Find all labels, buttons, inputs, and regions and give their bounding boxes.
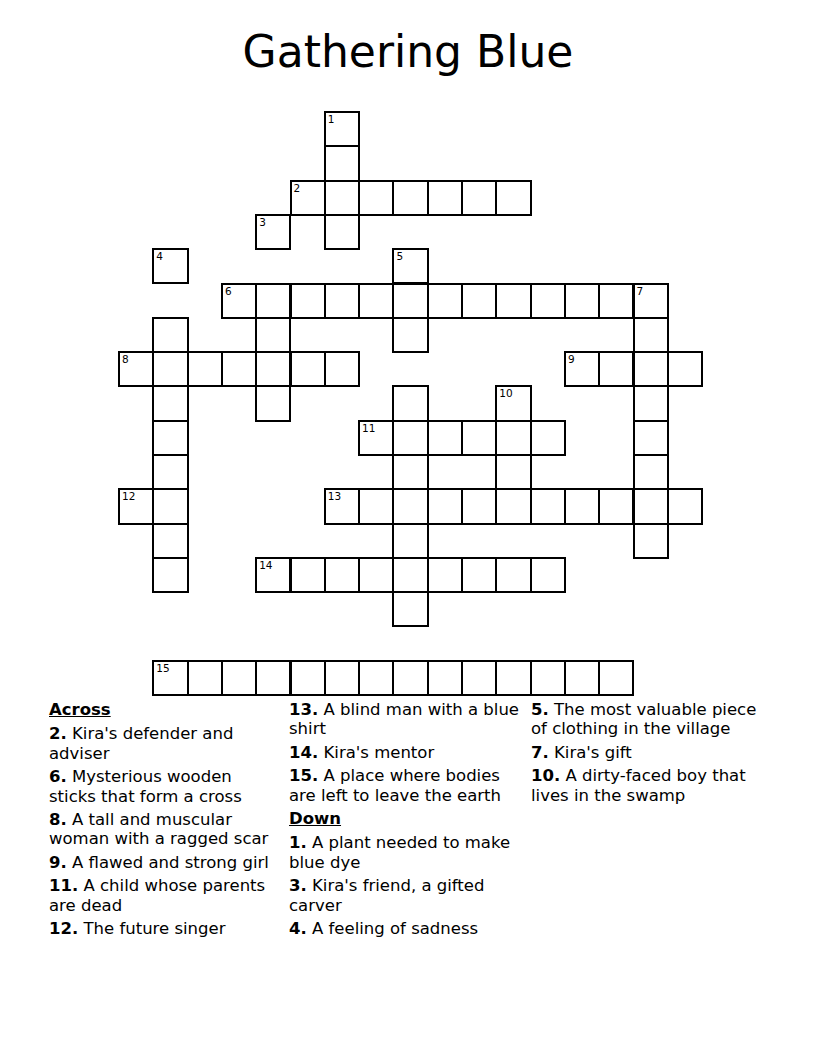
grid-cell-r2c10[interactable] [461,180,497,216]
clue-number: 4. [289,919,307,938]
grid-cell-r16c6[interactable] [324,660,360,696]
down-header: Down [289,809,522,828]
clue-across-8: 8. A tall and muscular woman with a ragg… [49,810,282,849]
grid-number-9: 9 [568,353,575,365]
grid-cell-r11c9[interactable] [427,488,463,524]
grid-cell-r16c14[interactable] [598,660,634,696]
grid-cell-r6c8[interactable] [392,317,428,353]
grid-cell-r16c4[interactable] [255,660,291,696]
grid-cell-r11c6[interactable]: 13 [324,488,360,524]
grid-cell-r7c5[interactable] [290,351,326,387]
grid-number-13: 13 [328,490,341,502]
grid-cell-r7c6[interactable] [324,351,360,387]
grid-cell-r5c7[interactable] [358,283,394,319]
grid-cell-r11c0[interactable]: 12 [118,488,154,524]
puzzle-title: Gathering Blue [0,26,816,77]
grid-number-1: 1 [328,113,335,125]
grid-cell-r2c7[interactable] [358,180,394,216]
grid-cell-r8c8[interactable] [392,385,428,421]
clue-number: 9. [49,853,67,872]
grid-cell-r9c12[interactable] [530,420,566,456]
grid-cell-r7c3[interactable] [221,351,257,387]
grid-cell-r11c7[interactable] [358,488,394,524]
grid-cell-r11c11[interactable] [495,488,531,524]
grid-cell-r11c12[interactable] [530,488,566,524]
clue-text: A place where bodies are left to leave t… [289,766,501,804]
grid-cell-r8c1[interactable] [152,385,188,421]
grid-cell-r13c6[interactable] [324,557,360,593]
grid-cell-r5c12[interactable] [530,283,566,319]
grid-cell-r0c6[interactable]: 1 [324,111,360,147]
grid-cell-r11c13[interactable] [564,488,600,524]
grid-cell-r16c7[interactable] [358,660,394,696]
grid-cell-r11c10[interactable] [461,488,497,524]
across-clues-list-continued: 13. A blind man with a blue shirt14. Kir… [289,700,522,805]
across-header: Across [49,700,282,719]
clue-column-1: Across 2. Kira's defender and adviser6. … [49,700,282,942]
grid-cell-r5c10[interactable] [461,283,497,319]
grid-number-8: 8 [122,353,129,365]
grid-cell-r5c6[interactable] [324,283,360,319]
clue-number: 15. [289,766,318,785]
crossword-grid: 123456789101112131415 [118,111,706,699]
clue-number: 2. [49,724,67,743]
grid-cell-r12c8[interactable] [392,523,428,559]
grid-cell-r5c3[interactable]: 6 [221,283,257,319]
clue-text: Kira's mentor [318,743,434,762]
grid-cell-r10c1[interactable] [152,454,188,490]
grid-cell-r13c7[interactable] [358,557,394,593]
grid-cell-r7c14[interactable] [598,351,634,387]
grid-cell-r5c13[interactable] [564,283,600,319]
clue-text: A feeling of sadness [307,919,478,938]
clue-text: Kira's defender and adviser [49,724,233,762]
clue-number: 5. [531,700,549,719]
grid-number-4: 4 [156,250,163,262]
clue-text: A dirty-faced boy that lives in the swam… [531,766,746,804]
grid-number-7: 7 [637,285,644,297]
clue-number: 14. [289,743,318,762]
grid-cell-r7c2[interactable] [187,351,223,387]
grid-number-12: 12 [122,490,135,502]
grid-cell-r9c8[interactable] [392,420,428,456]
grid-cell-r2c6[interactable] [324,180,360,216]
clue-number: 7. [531,743,549,762]
grid-cell-r6c15[interactable] [633,317,669,353]
grid-cell-r9c15[interactable] [633,420,669,456]
grid-number-11: 11 [362,422,375,434]
grid-cell-r10c11[interactable] [495,454,531,490]
grid-cell-r16c1[interactable]: 15 [152,660,188,696]
grid-cell-r8c11[interactable]: 10 [495,385,531,421]
grid-number-5: 5 [396,250,403,262]
clue-across-2: 2. Kira's defender and adviser [49,724,282,763]
grid-cell-r11c1[interactable] [152,488,188,524]
grid-cell-r9c1[interactable] [152,420,188,456]
grid-cell-r9c10[interactable] [461,420,497,456]
grid-cell-r13c5[interactable] [290,557,326,593]
clue-number: 13. [289,700,318,719]
clue-across-14: 14. Kira's mentor [289,743,522,762]
clue-across-11: 11. A child whose parents are dead [49,876,282,915]
clue-number: 8. [49,810,67,829]
clue-down-10: 10. A dirty-faced boy that lives in the … [531,766,767,805]
grid-cell-r9c9[interactable] [427,420,463,456]
grid-cell-r7c15[interactable] [633,351,669,387]
across-clues-list: 2. Kira's defender and adviser6. Mysteri… [49,724,282,938]
grid-cell-r9c7[interactable]: 11 [358,420,394,456]
clue-number: 6. [49,767,67,786]
clue-down-4: 4. A feeling of sadness [289,919,522,938]
clue-text: A blind man with a blue shirt [289,700,519,738]
grid-cell-r13c1[interactable] [152,557,188,593]
clue-text: A flawed and strong girl [67,853,269,872]
clue-text: A plant needed to make blue dye [289,833,510,871]
grid-cell-r13c11[interactable] [495,557,531,593]
clue-number: 12. [49,919,78,938]
grid-cell-r2c5[interactable]: 2 [290,180,326,216]
grid-cell-r16c12[interactable] [530,660,566,696]
grid-cell-r13c9[interactable] [427,557,463,593]
grid-cell-r3c6[interactable] [324,214,360,250]
grid-number-15: 15 [156,662,169,674]
grid-number-6: 6 [225,285,232,297]
clue-across-6: 6. Mysterious wooden sticks that form a … [49,767,282,806]
grid-number-2: 2 [294,182,301,194]
clue-down-7: 7. Kira's gift [531,743,767,762]
clue-number: 3. [289,876,307,895]
grid-cell-r7c13[interactable]: 9 [564,351,600,387]
grid-cell-r5c5[interactable] [290,283,326,319]
grid-cell-r7c1[interactable] [152,351,188,387]
grid-cell-r5c11[interactable] [495,283,531,319]
grid-cell-r4c8[interactable]: 5 [392,248,428,284]
grid-cell-r2c11[interactable] [495,180,531,216]
grid-cell-r16c9[interactable] [427,660,463,696]
grid-cell-r13c10[interactable] [461,557,497,593]
grid-cell-r8c15[interactable] [633,385,669,421]
grid-cell-r1c6[interactable] [324,145,360,181]
crossword-worksheet: Gathering Blue 123456789101112131415 Acr… [0,0,816,1056]
down-clues-list: 1. A plant needed to make blue dye3. Kir… [289,833,522,938]
clue-number: 11. [49,876,78,895]
grid-number-10: 10 [499,387,512,399]
clue-down-5: 5. The most valuable piece of clothing i… [531,700,767,739]
grid-number-3: 3 [259,216,266,228]
clue-down-1: 1. A plant needed to make blue dye [289,833,522,872]
clue-across-15: 15. A place where bodies are left to lea… [289,766,522,805]
grid-cell-r12c1[interactable] [152,523,188,559]
grid-cell-r7c4[interactable] [255,351,291,387]
clue-text: Mysterious wooden sticks that form a cro… [49,767,242,805]
grid-cell-r14c8[interactable] [392,591,428,627]
clue-across-12: 12. The future singer [49,919,282,938]
grid-cell-r5c9[interactable] [427,283,463,319]
grid-cell-r5c4[interactable] [255,283,291,319]
clue-text: A tall and muscular woman with a ragged … [49,810,268,848]
grid-cell-r10c8[interactable] [392,454,428,490]
grid-cell-r8c4[interactable] [255,385,291,421]
grid-cell-r2c9[interactable] [427,180,463,216]
grid-cell-r16c10[interactable] [461,660,497,696]
grid-cell-r12c15[interactable] [633,523,669,559]
clue-text: Kira's gift [549,743,632,762]
grid-cell-r7c0[interactable]: 8 [118,351,154,387]
clue-across-9: 9. A flawed and strong girl [49,853,282,872]
grid-cell-r6c1[interactable] [152,317,188,353]
clue-text: A child whose parents are dead [49,876,265,914]
grid-cell-r16c2[interactable] [187,660,223,696]
grid-cell-r16c5[interactable] [290,660,326,696]
grid-cell-r16c11[interactable] [495,660,531,696]
grid-cell-r16c13[interactable] [564,660,600,696]
grid-cell-r13c8[interactable] [392,557,428,593]
clue-number: 10. [531,766,560,785]
grid-cell-r13c12[interactable] [530,557,566,593]
grid-cell-r10c15[interactable] [633,454,669,490]
clue-across-13: 13. A blind man with a blue shirt [289,700,522,739]
grid-number-14: 14 [259,559,272,571]
grid-cell-r11c16[interactable] [667,488,703,524]
grid-cell-r16c8[interactable] [392,660,428,696]
grid-cell-r11c8[interactable] [392,488,428,524]
grid-cell-r5c8[interactable] [392,283,428,319]
clue-column-2: 13. A blind man with a blue shirt14. Kir… [289,700,522,942]
grid-cell-r7c16[interactable] [667,351,703,387]
grid-cell-r11c14[interactable] [598,488,634,524]
grid-cell-r4c1[interactable]: 4 [152,248,188,284]
grid-cell-r16c3[interactable] [221,660,257,696]
clue-text: The most valuable piece of clothing in t… [531,700,756,738]
clue-number: 1. [289,833,307,852]
grid-cell-r9c11[interactable] [495,420,531,456]
clue-text: Kira's friend, a gifted carver [289,876,484,914]
clue-down-3: 3. Kira's friend, a gifted carver [289,876,522,915]
grid-cell-r5c14[interactable] [598,283,634,319]
grid-cell-r13c4[interactable]: 14 [255,557,291,593]
clue-text: The future singer [78,919,225,938]
down-clues-list-continued: 5. The most valuable piece of clothing i… [531,700,767,805]
grid-cell-r6c4[interactable] [255,317,291,353]
grid-cell-r11c15[interactable] [633,488,669,524]
clue-column-3: 5. The most valuable piece of clothing i… [531,700,767,809]
grid-cell-r5c15[interactable]: 7 [633,283,669,319]
grid-cell-r2c8[interactable] [392,180,428,216]
grid-cell-r3c4[interactable]: 3 [255,214,291,250]
